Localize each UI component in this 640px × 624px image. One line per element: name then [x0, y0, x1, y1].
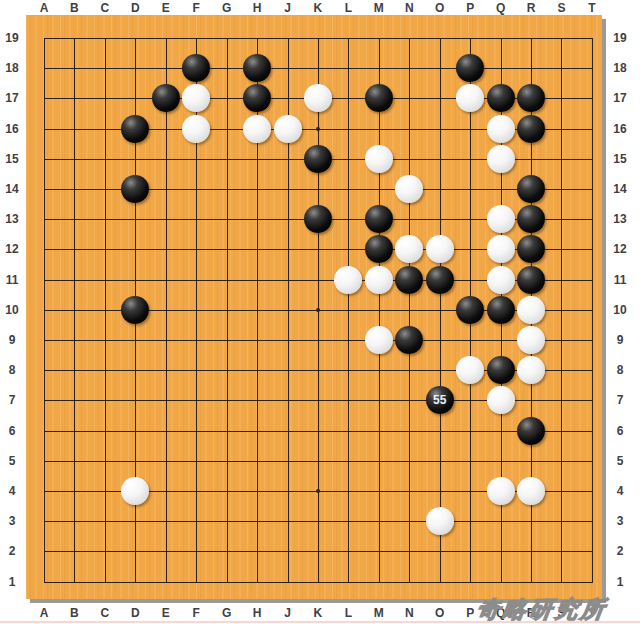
row-label-left: 13: [0, 212, 24, 226]
row-label-right: 8: [607, 363, 633, 377]
white-stone: [274, 115, 302, 143]
row-label-left: 17: [0, 91, 24, 105]
column-label-bottom: J: [278, 606, 298, 620]
row-label-right: 7: [607, 393, 633, 407]
column-label-bottom: G: [217, 606, 237, 620]
column-label-bottom: K: [308, 606, 328, 620]
star-point: [316, 489, 320, 493]
row-label-left: 5: [0, 454, 24, 468]
row-label-left: 2: [0, 544, 24, 558]
row-label-right: 19: [607, 31, 633, 45]
row-label-right: 3: [607, 514, 633, 528]
black-stone: [152, 84, 180, 112]
row-label-left: 14: [0, 182, 24, 196]
row-label-left: 10: [0, 303, 24, 317]
column-label-bottom: C: [95, 606, 115, 620]
black-stone: [365, 235, 393, 263]
black-stone: [517, 84, 545, 112]
column-label-top: C: [95, 1, 115, 15]
white-stone: [487, 386, 515, 414]
column-label-bottom: H: [247, 606, 267, 620]
column-label-top: S: [551, 1, 571, 15]
go-diagram: AABBCCDDEEFFGGHHJJKKLLMMNNOOPPQQRRSSTT19…: [0, 0, 640, 624]
row-label-left: 16: [0, 122, 24, 136]
row-label-right: 11: [607, 273, 633, 287]
black-stone: [304, 205, 332, 233]
column-label-bottom: M: [369, 606, 389, 620]
column-label-top: B: [64, 1, 84, 15]
row-label-right: 12: [607, 242, 633, 256]
row-label-left: 9: [0, 333, 24, 347]
column-label-top: G: [217, 1, 237, 15]
row-label-right: 4: [607, 484, 633, 498]
black-stone: [121, 296, 149, 324]
white-stone: [517, 356, 545, 384]
grid-line-horizontal: [44, 431, 593, 432]
grid-line-vertical: [592, 38, 593, 583]
move-number-label: 55: [426, 386, 454, 414]
column-label-top: M: [369, 1, 389, 15]
grid-line-vertical: [379, 38, 380, 583]
white-stone: [456, 356, 484, 384]
black-stone: [456, 296, 484, 324]
row-label-right: 10: [607, 303, 633, 317]
white-stone: [243, 115, 271, 143]
white-stone: [487, 266, 515, 294]
row-label-right: 17: [607, 91, 633, 105]
column-label-bottom: F: [186, 606, 206, 620]
row-label-right: 18: [607, 61, 633, 75]
watermark: 奇略研究所: [475, 594, 609, 624]
black-stone: [243, 54, 271, 82]
black-stone: [517, 115, 545, 143]
row-label-left: 4: [0, 484, 24, 498]
white-stone: [517, 296, 545, 324]
column-label-bottom: L: [338, 606, 358, 620]
column-label-top: D: [125, 1, 145, 15]
black-stone: [456, 54, 484, 82]
column-label-top: T: [582, 1, 602, 15]
black-stone: [395, 266, 423, 294]
column-label-bottom: A: [34, 606, 54, 620]
white-stone: [395, 175, 423, 203]
white-stone: [182, 84, 210, 112]
grid-line-horizontal: [44, 582, 593, 583]
white-stone: [487, 115, 515, 143]
row-label-right: 1: [607, 575, 633, 589]
white-stone: [365, 266, 393, 294]
column-label-bottom: D: [125, 606, 145, 620]
column-label-top: P: [460, 1, 480, 15]
row-label-left: 18: [0, 61, 24, 75]
grid-line-vertical: [440, 38, 441, 583]
row-label-right: 2: [607, 544, 633, 558]
row-label-left: 1: [0, 575, 24, 589]
black-stone: [365, 84, 393, 112]
grid-line-vertical: [348, 38, 349, 583]
column-label-bottom: N: [399, 606, 419, 620]
grid-line-horizontal: [44, 521, 593, 522]
row-label-right: 13: [607, 212, 633, 226]
black-stone: [426, 266, 454, 294]
row-label-left: 3: [0, 514, 24, 528]
column-label-top: N: [399, 1, 419, 15]
row-label-right: 9: [607, 333, 633, 347]
white-stone: [426, 507, 454, 535]
column-label-top: F: [186, 1, 206, 15]
row-label-left: 19: [0, 31, 24, 45]
black-stone: 55: [426, 386, 454, 414]
row-label-left: 8: [0, 363, 24, 377]
row-label-right: 14: [607, 182, 633, 196]
grid-line-horizontal: [44, 340, 593, 341]
white-stone: [487, 145, 515, 173]
white-stone: [487, 235, 515, 263]
white-stone: [121, 477, 149, 505]
black-stone: [365, 205, 393, 233]
white-stone: [517, 477, 545, 505]
column-label-top: L: [338, 1, 358, 15]
black-stone: [304, 145, 332, 173]
white-stone: [487, 477, 515, 505]
star-point: [316, 127, 320, 131]
black-stone: [243, 84, 271, 112]
column-label-top: E: [156, 1, 176, 15]
row-label-right: 5: [607, 454, 633, 468]
black-stone: [517, 175, 545, 203]
white-stone: [334, 266, 362, 294]
row-label-left: 6: [0, 424, 24, 438]
row-label-right: 16: [607, 122, 633, 136]
black-stone: [121, 175, 149, 203]
row-label-left: 15: [0, 152, 24, 166]
white-stone: [487, 205, 515, 233]
column-label-top: H: [247, 1, 267, 15]
black-stone: [517, 205, 545, 233]
row-label-left: 11: [0, 273, 24, 287]
column-label-top: O: [430, 1, 450, 15]
white-stone: [365, 145, 393, 173]
row-label-right: 6: [607, 424, 633, 438]
black-stone: [395, 326, 423, 354]
black-stone: [517, 235, 545, 263]
black-stone: [487, 296, 515, 324]
grid-line-horizontal: [44, 461, 593, 462]
column-label-top: A: [34, 1, 54, 15]
black-stone: [487, 356, 515, 384]
white-stone: [182, 115, 210, 143]
star-point: [316, 308, 320, 312]
white-stone: [365, 326, 393, 354]
black-stone: [517, 417, 545, 445]
black-stone: [487, 84, 515, 112]
row-label-left: 12: [0, 242, 24, 256]
white-stone: [304, 84, 332, 112]
black-stone: [517, 266, 545, 294]
row-label-right: 15: [607, 152, 633, 166]
column-label-top: J: [278, 1, 298, 15]
black-stone: [121, 115, 149, 143]
grid-line-vertical: [409, 38, 410, 583]
column-label-bottom: E: [156, 606, 176, 620]
column-label-bottom: O: [430, 606, 450, 620]
white-stone: [395, 235, 423, 263]
white-stone: [456, 84, 484, 112]
grid-line-vertical: [561, 38, 562, 583]
row-label-left: 7: [0, 393, 24, 407]
black-stone: [182, 54, 210, 82]
column-label-top: K: [308, 1, 328, 15]
column-label-bottom: B: [64, 606, 84, 620]
grid-line-horizontal: [44, 551, 593, 552]
white-stone: [517, 326, 545, 354]
column-label-top: R: [521, 1, 541, 15]
column-label-top: Q: [491, 1, 511, 15]
white-stone: [426, 235, 454, 263]
